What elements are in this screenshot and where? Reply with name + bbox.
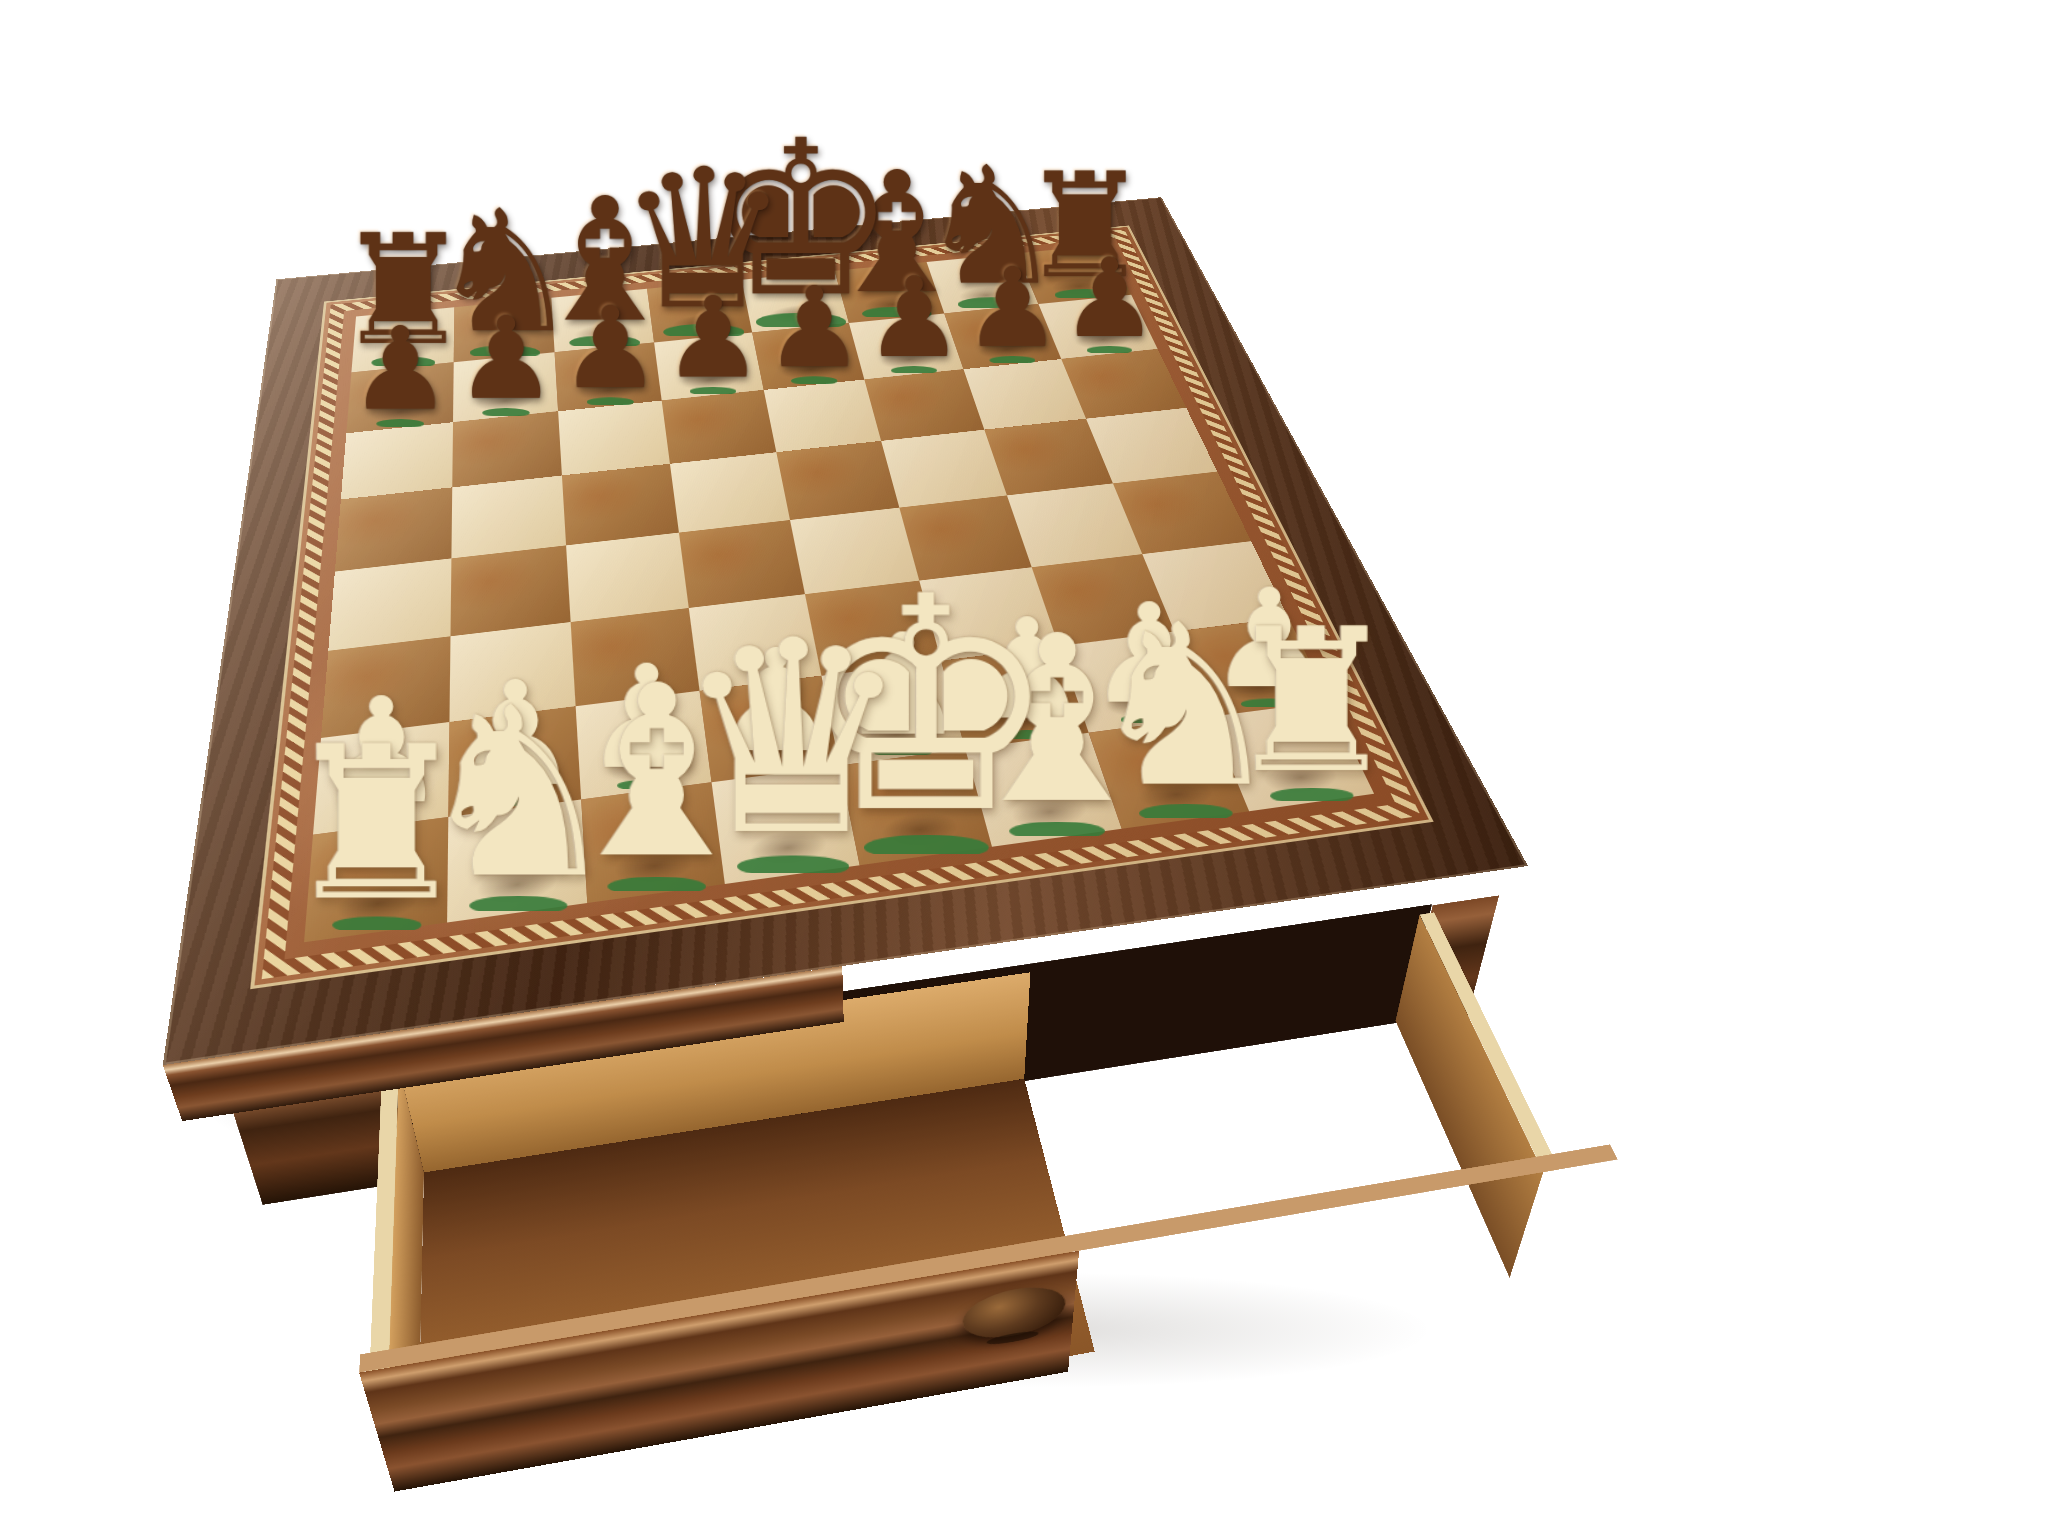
drawer-knob: [962, 1280, 1067, 1344]
piece-black-pawn[interactable]: ♟: [1060, 244, 1158, 353]
square-b7[interactable]: ♟: [453, 352, 558, 422]
piece-black-pawn[interactable]: ♟: [764, 272, 864, 383]
square-e7[interactable]: ♟: [752, 323, 864, 390]
piece-black-pawn[interactable]: ♟: [662, 282, 763, 394]
square-a1[interactable]: ♜: [304, 817, 448, 942]
piece-black-pawn[interactable]: ♟: [963, 253, 1062, 363]
piece-black-pawn[interactable]: ♟: [559, 292, 660, 405]
square-f7[interactable]: ♟: [849, 313, 964, 379]
scene: ♜♞♝♛♚♝♞♜♟♟♟♟♟♟♟♟♟♟♟♟♟♟♟♟♜♞♝♛♚♝♞♜: [0, 0, 2048, 1536]
chess-chest: ♜♞♝♛♚♝♞♜♟♟♟♟♟♟♟♟♟♟♟♟♟♟♟♟♜♞♝♛♚♝♞♜: [163, 197, 1528, 1065]
piece-black-pawn[interactable]: ♟: [348, 312, 451, 427]
piece-black-pawn[interactable]: ♟: [455, 302, 557, 416]
photo-background: ♜♞♝♛♚♝♞♜♟♟♟♟♟♟♟♟♟♟♟♟♟♟♟♟♜♞♝♛♚♝♞♜: [0, 0, 2048, 1536]
square-a7[interactable]: ♟: [346, 362, 453, 433]
square-c7[interactable]: ♟: [555, 342, 662, 411]
square-d7[interactable]: ♟: [654, 333, 764, 401]
piece-white-rook[interactable]: ♜: [281, 719, 471, 931]
piece-black-pawn[interactable]: ♟: [864, 263, 963, 374]
